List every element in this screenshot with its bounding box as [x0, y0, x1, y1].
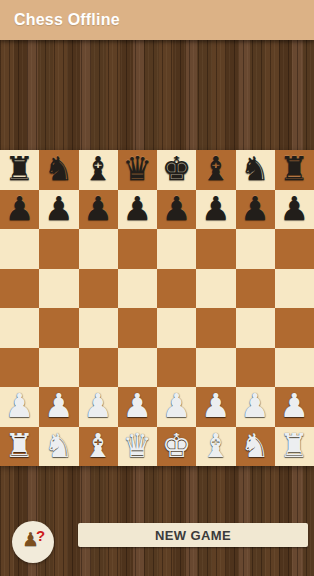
- square-f5[interactable]: [196, 269, 235, 309]
- black-king[interactable]: ♚: [162, 152, 192, 185]
- white-pawn[interactable]: ♟: [201, 389, 231, 422]
- white-pawn[interactable]: ♟: [5, 389, 35, 422]
- app-title: Chess Offline: [0, 11, 120, 29]
- square-e3[interactable]: [157, 348, 196, 388]
- square-h5[interactable]: [275, 269, 314, 309]
- square-f1[interactable]: ♝: [196, 427, 235, 467]
- black-rook[interactable]: ♜: [280, 152, 310, 185]
- square-b6[interactable]: [39, 229, 78, 269]
- square-h8[interactable]: ♜: [275, 150, 314, 190]
- new-game-button[interactable]: NEW GAME: [78, 523, 308, 547]
- square-d8[interactable]: ♛: [118, 150, 157, 190]
- square-a7[interactable]: ♟: [0, 190, 39, 230]
- square-g5[interactable]: [236, 269, 275, 309]
- square-f8[interactable]: ♝: [196, 150, 235, 190]
- square-a8[interactable]: ♜: [0, 150, 39, 190]
- square-h1[interactable]: ♜: [275, 427, 314, 467]
- square-b2[interactable]: ♟: [39, 387, 78, 427]
- white-bishop[interactable]: ♝: [83, 429, 113, 462]
- black-bishop[interactable]: ♝: [201, 152, 231, 185]
- square-e6[interactable]: [157, 229, 196, 269]
- square-a4[interactable]: [0, 308, 39, 348]
- white-pawn[interactable]: ♟: [44, 389, 74, 422]
- white-pawn[interactable]: ♟: [123, 389, 153, 422]
- white-pawn[interactable]: ♟: [240, 389, 270, 422]
- black-pawn[interactable]: ♟: [83, 192, 113, 225]
- black-queen[interactable]: ♛: [123, 152, 153, 185]
- square-b3[interactable]: [39, 348, 78, 388]
- square-g7[interactable]: ♟: [236, 190, 275, 230]
- white-king[interactable]: ♚: [162, 429, 192, 462]
- square-d3[interactable]: [118, 348, 157, 388]
- black-pawn[interactable]: ♟: [201, 192, 231, 225]
- square-e2[interactable]: ♟: [157, 387, 196, 427]
- square-c5[interactable]: [79, 269, 118, 309]
- white-rook[interactable]: ♜: [5, 429, 35, 462]
- black-pawn[interactable]: ♟: [240, 192, 270, 225]
- black-pawn[interactable]: ♟: [5, 192, 35, 225]
- square-g8[interactable]: ♞: [236, 150, 275, 190]
- square-f6[interactable]: [196, 229, 235, 269]
- square-a5[interactable]: [0, 269, 39, 309]
- square-d1[interactable]: ♛: [118, 427, 157, 467]
- chess-board: ♜♞♝♛♚♝♞♜♟♟♟♟♟♟♟♟♟♟♟♟♟♟♟♟♜♞♝♛♚♝♞♜: [0, 150, 314, 466]
- hint-button[interactable]: ♟ ?: [12, 521, 54, 563]
- square-h4[interactable]: [275, 308, 314, 348]
- square-b1[interactable]: ♞: [39, 427, 78, 467]
- square-h7[interactable]: ♟: [275, 190, 314, 230]
- black-pawn[interactable]: ♟: [44, 192, 74, 225]
- square-g4[interactable]: [236, 308, 275, 348]
- white-pawn[interactable]: ♟: [162, 389, 192, 422]
- square-b7[interactable]: ♟: [39, 190, 78, 230]
- square-b8[interactable]: ♞: [39, 150, 78, 190]
- white-rook[interactable]: ♜: [280, 429, 310, 462]
- black-pawn[interactable]: ♟: [162, 192, 192, 225]
- white-knight[interactable]: ♞: [240, 429, 270, 462]
- square-h6[interactable]: [275, 229, 314, 269]
- square-e1[interactable]: ♚: [157, 427, 196, 467]
- square-d4[interactable]: [118, 308, 157, 348]
- square-d5[interactable]: [118, 269, 157, 309]
- square-g3[interactable]: [236, 348, 275, 388]
- square-e5[interactable]: [157, 269, 196, 309]
- square-f4[interactable]: [196, 308, 235, 348]
- square-g6[interactable]: [236, 229, 275, 269]
- square-h3[interactable]: [275, 348, 314, 388]
- square-f7[interactable]: ♟: [196, 190, 235, 230]
- square-d2[interactable]: ♟: [118, 387, 157, 427]
- square-c2[interactable]: ♟: [79, 387, 118, 427]
- square-a2[interactable]: ♟: [0, 387, 39, 427]
- square-b5[interactable]: [39, 269, 78, 309]
- square-d6[interactable]: [118, 229, 157, 269]
- square-f2[interactable]: ♟: [196, 387, 235, 427]
- square-c3[interactable]: [79, 348, 118, 388]
- black-bishop[interactable]: ♝: [83, 152, 113, 185]
- chess-offline-app: { "app": { "title": "Chess Offline" }, "…: [0, 0, 314, 576]
- square-a1[interactable]: ♜: [0, 427, 39, 467]
- white-queen[interactable]: ♛: [123, 429, 153, 462]
- square-c1[interactable]: ♝: [79, 427, 118, 467]
- square-h2[interactable]: ♟: [275, 387, 314, 427]
- white-knight[interactable]: ♞: [44, 429, 74, 462]
- square-a3[interactable]: [0, 348, 39, 388]
- app-bar: Chess Offline: [0, 0, 314, 40]
- black-knight[interactable]: ♞: [44, 152, 74, 185]
- black-knight[interactable]: ♞: [240, 152, 270, 185]
- white-pawn[interactable]: ♟: [280, 389, 310, 422]
- square-e7[interactable]: ♟: [157, 190, 196, 230]
- black-pawn[interactable]: ♟: [280, 192, 310, 225]
- square-e8[interactable]: ♚: [157, 150, 196, 190]
- square-f3[interactable]: [196, 348, 235, 388]
- square-c6[interactable]: [79, 229, 118, 269]
- square-c7[interactable]: ♟: [79, 190, 118, 230]
- black-rook[interactable]: ♜: [5, 152, 35, 185]
- square-c4[interactable]: [79, 308, 118, 348]
- square-g1[interactable]: ♞: [236, 427, 275, 467]
- square-e4[interactable]: [157, 308, 196, 348]
- question-badge: ?: [36, 528, 45, 543]
- square-g2[interactable]: ♟: [236, 387, 275, 427]
- white-bishop[interactable]: ♝: [201, 429, 231, 462]
- black-pawn[interactable]: ♟: [123, 192, 153, 225]
- square-a6[interactable]: [0, 229, 39, 269]
- square-c8[interactable]: ♝: [79, 150, 118, 190]
- square-b4[interactable]: [39, 308, 78, 348]
- square-d7[interactable]: ♟: [118, 190, 157, 230]
- white-pawn[interactable]: ♟: [83, 389, 113, 422]
